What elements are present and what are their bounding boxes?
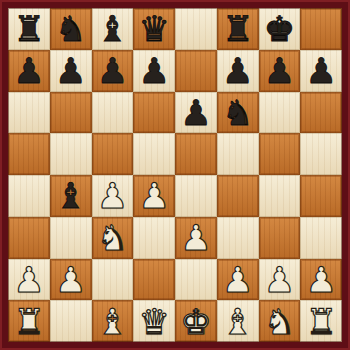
square-c5[interactable] xyxy=(92,133,134,175)
square-e7[interactable] xyxy=(175,50,217,92)
square-h6[interactable] xyxy=(300,92,342,134)
square-h5[interactable] xyxy=(300,133,342,175)
square-b1[interactable] xyxy=(50,300,92,342)
black-pawn-f7[interactable]: ♟ xyxy=(222,54,253,89)
square-g5[interactable] xyxy=(259,133,301,175)
square-c6[interactable] xyxy=(92,92,134,134)
white-king-e1[interactable]: ♚ xyxy=(180,305,211,340)
square-d6[interactable] xyxy=(133,92,175,134)
white-pawn-a2[interactable]: ♟ xyxy=(13,263,44,298)
black-bishop-c8[interactable]: ♝ xyxy=(97,12,128,47)
white-knight-c3[interactable]: ♞ xyxy=(97,221,128,256)
square-h4[interactable] xyxy=(300,175,342,217)
white-pawn-b2[interactable]: ♟ xyxy=(55,263,86,298)
square-a1[interactable]: ♜ xyxy=(8,300,50,342)
square-b7[interactable]: ♟ xyxy=(50,50,92,92)
square-c8[interactable]: ♝ xyxy=(92,8,134,50)
white-rook-h1[interactable]: ♜ xyxy=(305,305,336,340)
square-f2[interactable]: ♟ xyxy=(217,259,259,301)
square-b3[interactable] xyxy=(50,217,92,259)
square-a3[interactable] xyxy=(8,217,50,259)
square-b6[interactable] xyxy=(50,92,92,134)
square-c4[interactable]: ♟ xyxy=(92,175,134,217)
square-d4[interactable]: ♟ xyxy=(133,175,175,217)
square-b4[interactable]: ♝ xyxy=(50,175,92,217)
square-c2[interactable] xyxy=(92,259,134,301)
square-e5[interactable] xyxy=(175,133,217,175)
chess-board-frame: ♜♞♝♛♜♚♟♟♟♟♟♟♟♟♞♝♟♟♞♟♟♟♟♟♟♜♝♛♚♝♞♜ xyxy=(0,0,350,350)
square-f1[interactable]: ♝ xyxy=(217,300,259,342)
square-a8[interactable]: ♜ xyxy=(8,8,50,50)
square-c7[interactable]: ♟ xyxy=(92,50,134,92)
black-pawn-c7[interactable]: ♟ xyxy=(97,54,128,89)
square-f5[interactable] xyxy=(217,133,259,175)
black-queen-d8[interactable]: ♛ xyxy=(138,12,169,47)
square-g4[interactable] xyxy=(259,175,301,217)
square-a7[interactable]: ♟ xyxy=(8,50,50,92)
square-a6[interactable] xyxy=(8,92,50,134)
square-h7[interactable]: ♟ xyxy=(300,50,342,92)
white-pawn-h2[interactable]: ♟ xyxy=(305,263,336,298)
square-f6[interactable]: ♞ xyxy=(217,92,259,134)
square-a5[interactable] xyxy=(8,133,50,175)
square-g7[interactable]: ♟ xyxy=(259,50,301,92)
square-e6[interactable]: ♟ xyxy=(175,92,217,134)
square-d1[interactable]: ♛ xyxy=(133,300,175,342)
black-rook-f8[interactable]: ♜ xyxy=(222,12,253,47)
square-d5[interactable] xyxy=(133,133,175,175)
square-a4[interactable] xyxy=(8,175,50,217)
black-pawn-a7[interactable]: ♟ xyxy=(13,54,44,89)
white-pawn-e3[interactable]: ♟ xyxy=(180,221,211,256)
square-h2[interactable]: ♟ xyxy=(300,259,342,301)
square-e8[interactable] xyxy=(175,8,217,50)
white-pawn-f2[interactable]: ♟ xyxy=(222,263,253,298)
square-b8[interactable]: ♞ xyxy=(50,8,92,50)
square-d8[interactable]: ♛ xyxy=(133,8,175,50)
square-e1[interactable]: ♚ xyxy=(175,300,217,342)
white-bishop-f1[interactable]: ♝ xyxy=(222,305,253,340)
square-g6[interactable] xyxy=(259,92,301,134)
square-e3[interactable]: ♟ xyxy=(175,217,217,259)
black-pawn-b7[interactable]: ♟ xyxy=(55,54,86,89)
square-d3[interactable] xyxy=(133,217,175,259)
square-f4[interactable] xyxy=(217,175,259,217)
square-g2[interactable]: ♟ xyxy=(259,259,301,301)
square-g1[interactable]: ♞ xyxy=(259,300,301,342)
square-a2[interactable]: ♟ xyxy=(8,259,50,301)
square-d7[interactable]: ♟ xyxy=(133,50,175,92)
square-c1[interactable]: ♝ xyxy=(92,300,134,342)
white-queen-d1[interactable]: ♛ xyxy=(138,305,169,340)
square-d2[interactable] xyxy=(133,259,175,301)
square-e2[interactable] xyxy=(175,259,217,301)
white-pawn-d4[interactable]: ♟ xyxy=(138,179,169,214)
square-f8[interactable]: ♜ xyxy=(217,8,259,50)
black-king-g8[interactable]: ♚ xyxy=(264,12,295,47)
black-bishop-b4[interactable]: ♝ xyxy=(55,179,86,214)
square-g8[interactable]: ♚ xyxy=(259,8,301,50)
black-pawn-g7[interactable]: ♟ xyxy=(264,54,295,89)
square-g3[interactable] xyxy=(259,217,301,259)
square-e4[interactable] xyxy=(175,175,217,217)
square-b5[interactable] xyxy=(50,133,92,175)
square-f3[interactable] xyxy=(217,217,259,259)
square-b2[interactable]: ♟ xyxy=(50,259,92,301)
square-c3[interactable]: ♞ xyxy=(92,217,134,259)
chess-board: ♜♞♝♛♜♚♟♟♟♟♟♟♟♟♞♝♟♟♞♟♟♟♟♟♟♜♝♛♚♝♞♜ xyxy=(8,8,342,342)
screenshot-stage: ♜♞♝♛♜♚♟♟♟♟♟♟♟♟♞♝♟♟♞♟♟♟♟♟♟♜♝♛♚♝♞♜ xyxy=(0,0,350,350)
white-pawn-g2[interactable]: ♟ xyxy=(264,263,295,298)
white-rook-a1[interactable]: ♜ xyxy=(13,305,44,340)
black-pawn-e6[interactable]: ♟ xyxy=(180,96,211,131)
square-h1[interactable]: ♜ xyxy=(300,300,342,342)
black-knight-f6[interactable]: ♞ xyxy=(222,96,253,131)
white-knight-g1[interactable]: ♞ xyxy=(264,305,295,340)
square-f7[interactable]: ♟ xyxy=(217,50,259,92)
black-knight-b8[interactable]: ♞ xyxy=(55,12,86,47)
black-pawn-h7[interactable]: ♟ xyxy=(305,54,336,89)
square-h8[interactable] xyxy=(300,8,342,50)
white-bishop-c1[interactable]: ♝ xyxy=(97,305,128,340)
white-pawn-c4[interactable]: ♟ xyxy=(97,179,128,214)
black-pawn-d7[interactable]: ♟ xyxy=(138,54,169,89)
square-h3[interactable] xyxy=(300,217,342,259)
black-rook-a8[interactable]: ♜ xyxy=(13,12,44,47)
